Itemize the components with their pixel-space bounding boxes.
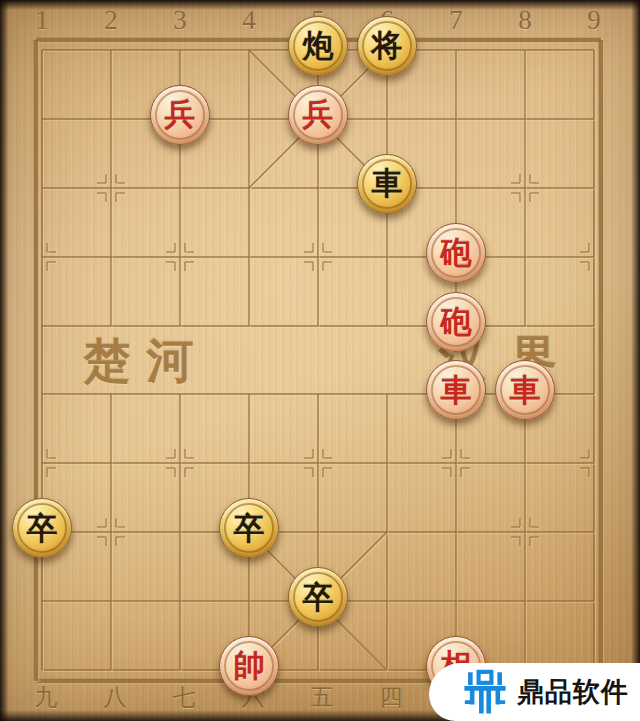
piece-glyph: 帥 bbox=[234, 650, 265, 681]
board-cell: 兵 bbox=[284, 84, 353, 153]
piece-red-cannon[interactable]: 砲 bbox=[426, 223, 486, 283]
piece-glyph: 炮 bbox=[303, 30, 334, 61]
piece-glyph: 兵 bbox=[165, 99, 196, 130]
xiangqi-board[interactable]: 炮将兵兵車砲砲車車卒卒卒帥相 bbox=[8, 16, 629, 705]
piece-glyph: 兵 bbox=[303, 99, 334, 130]
piece-red-chariot[interactable]: 車 bbox=[495, 360, 555, 420]
board-cell: 砲 bbox=[422, 222, 491, 291]
board-cell: 帥 bbox=[215, 636, 284, 705]
board-cell: 車 bbox=[491, 360, 560, 429]
piece-red-chariot[interactable]: 車 bbox=[426, 360, 486, 420]
watermark-dingpin: 鼎品软件 bbox=[429, 663, 640, 721]
piece-red-cannon[interactable]: 砲 bbox=[426, 292, 486, 352]
board-cell: 車 bbox=[422, 360, 491, 429]
piece-glyph: 将 bbox=[372, 30, 403, 61]
piece-black-soldier[interactable]: 卒 bbox=[219, 498, 279, 558]
piece-glyph: 砲 bbox=[441, 306, 472, 337]
piece-black-cannon[interactable]: 炮 bbox=[288, 16, 348, 76]
board-cell: 砲 bbox=[422, 291, 491, 360]
piece-glyph: 卒 bbox=[234, 513, 265, 544]
piece-black-soldier[interactable]: 卒 bbox=[288, 567, 348, 627]
board-cell: 将 bbox=[353, 16, 422, 85]
piece-glyph: 砲 bbox=[441, 237, 472, 268]
piece-black-soldier[interactable]: 卒 bbox=[12, 498, 72, 558]
piece-black-general[interactable]: 将 bbox=[357, 16, 417, 76]
piece-glyph: 車 bbox=[372, 168, 403, 199]
piece-glyph: 卒 bbox=[303, 582, 334, 613]
piece-red-soldier[interactable]: 兵 bbox=[150, 85, 210, 145]
board-cell: 卒 bbox=[8, 498, 77, 567]
board-cell: 車 bbox=[353, 153, 422, 222]
piece-glyph: 車 bbox=[510, 375, 541, 406]
xiangqi-app-screen: 123456789九八七六五四三二一 楚河汉界 炮将兵兵車砲砲車車卒卒卒帥相 鼎… bbox=[0, 0, 640, 721]
piece-red-general[interactable]: 帥 bbox=[219, 636, 279, 696]
dingpin-logo-icon bbox=[463, 669, 507, 715]
board-cell: 卒 bbox=[215, 498, 284, 567]
piece-glyph: 卒 bbox=[27, 513, 58, 544]
piece-glyph: 車 bbox=[441, 375, 472, 406]
board-cell: 炮 bbox=[284, 16, 353, 85]
watermark-text: 鼎品软件 bbox=[517, 674, 629, 710]
board-cell: 兵 bbox=[146, 84, 215, 153]
piece-red-soldier[interactable]: 兵 bbox=[288, 85, 348, 145]
piece-black-chariot[interactable]: 車 bbox=[357, 154, 417, 214]
board-cell: 卒 bbox=[284, 567, 353, 636]
